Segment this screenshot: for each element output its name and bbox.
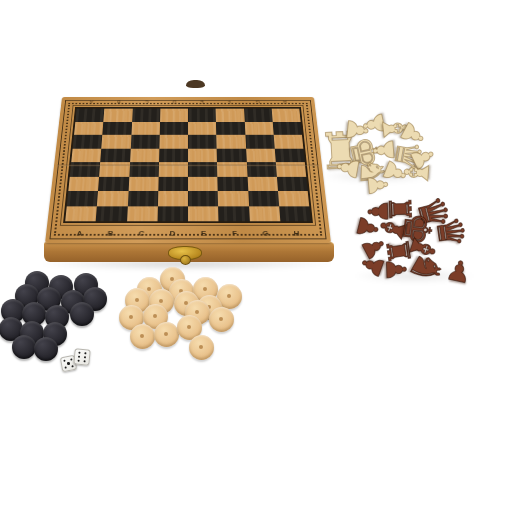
brown-rook-piece: ♜ bbox=[384, 195, 415, 223]
board-square-f3 bbox=[218, 176, 248, 191]
die-pip bbox=[63, 359, 66, 362]
wood-checker bbox=[174, 291, 199, 316]
white-pawn-piece: ♟ bbox=[358, 109, 391, 139]
black-checker bbox=[15, 284, 39, 308]
board-box-front-edge bbox=[44, 242, 334, 262]
white-bishop-piece: ♝ bbox=[377, 112, 413, 145]
board-square-h8 bbox=[271, 109, 300, 122]
board-square-a8 bbox=[75, 109, 104, 122]
board-square-b7 bbox=[103, 122, 132, 135]
brown-king-piece: ♚ bbox=[396, 210, 437, 248]
board-square-f7 bbox=[216, 122, 245, 135]
file-labels-bottom: ABCDEFGH bbox=[64, 229, 313, 237]
board-square-e1 bbox=[188, 206, 219, 221]
wood-checker bbox=[143, 304, 168, 329]
brown-pile-shadow bbox=[352, 268, 477, 284]
board-square-d1 bbox=[157, 206, 188, 221]
hinge-knob-icon bbox=[186, 80, 205, 88]
black-checker bbox=[83, 287, 107, 311]
board-square-b5 bbox=[100, 148, 130, 162]
board-square-a5 bbox=[71, 148, 101, 162]
wood-checker bbox=[177, 315, 202, 340]
board-square-e8 bbox=[188, 109, 216, 122]
board-square-c8 bbox=[132, 109, 160, 122]
black-checker bbox=[74, 273, 98, 297]
black-checker bbox=[34, 337, 58, 361]
board-square-a6 bbox=[73, 135, 103, 149]
board-square-d7 bbox=[160, 122, 188, 135]
white-pawn-piece: ♟ bbox=[394, 116, 431, 151]
board-square-h7 bbox=[272, 122, 302, 135]
black-checker bbox=[20, 321, 44, 345]
board-square-h2 bbox=[278, 191, 309, 206]
white-pawn-piece: ♟ bbox=[370, 136, 400, 163]
board-square-c3 bbox=[128, 176, 158, 191]
board-square-b1 bbox=[96, 206, 127, 221]
white-pawn-piece: ♟ bbox=[341, 116, 371, 144]
board-square-g7 bbox=[244, 122, 273, 135]
file-label-top-a: A bbox=[77, 100, 105, 104]
board-square-d6 bbox=[159, 135, 188, 149]
wood-checker bbox=[125, 288, 150, 313]
file-label-top-f: F bbox=[216, 100, 244, 104]
black-checker bbox=[49, 275, 73, 299]
black-checker bbox=[70, 302, 94, 326]
die-pip bbox=[70, 358, 73, 361]
die-face-5 bbox=[60, 355, 77, 372]
chess-board: ABCDEFGH ABCDEFGH bbox=[45, 97, 331, 243]
board-square-e5 bbox=[188, 148, 217, 162]
board-square-h6 bbox=[273, 135, 303, 149]
wood-checker bbox=[189, 335, 214, 360]
board-square-h5 bbox=[275, 148, 305, 162]
board-square-d5 bbox=[159, 148, 188, 162]
brass-clasp-icon bbox=[168, 246, 202, 260]
black-checker bbox=[37, 287, 61, 311]
file-label-top-g: G bbox=[243, 100, 271, 104]
white-king-piece: ♚ bbox=[343, 132, 386, 172]
brown-pawn-piece: ♟ bbox=[357, 230, 392, 264]
black-checker bbox=[61, 290, 85, 314]
board-square-g1 bbox=[249, 206, 280, 221]
wood-checker bbox=[197, 295, 222, 320]
wood-checker bbox=[185, 300, 210, 325]
board-square-c1 bbox=[127, 206, 158, 221]
die-pip bbox=[83, 360, 86, 363]
die-pip bbox=[84, 352, 87, 355]
board-square-a2 bbox=[67, 191, 98, 206]
board-square-g8 bbox=[244, 109, 273, 122]
board-square-g5 bbox=[246, 148, 276, 162]
die-face-6 bbox=[73, 348, 91, 366]
brown-pawn-piece: ♟ bbox=[364, 199, 392, 224]
wood-checker bbox=[130, 324, 155, 349]
file-label-g: G bbox=[250, 229, 282, 237]
brown-queen-piece: ♛ bbox=[430, 214, 470, 251]
file-label-d: D bbox=[157, 229, 188, 237]
board-square-h1 bbox=[279, 206, 311, 221]
file-label-top-c: C bbox=[133, 100, 161, 104]
board-square-c2 bbox=[127, 191, 158, 206]
black-checker bbox=[43, 322, 67, 346]
wood-checker bbox=[137, 277, 162, 302]
board-square-c5 bbox=[130, 148, 160, 162]
wood-checker bbox=[149, 289, 174, 314]
die-pip bbox=[77, 359, 80, 362]
board-square-d3 bbox=[158, 176, 188, 191]
file-labels-top: ABCDEFGH bbox=[77, 100, 299, 104]
black-checker bbox=[22, 302, 46, 326]
file-label-top-h: H bbox=[271, 100, 299, 104]
black-checker bbox=[12, 335, 36, 359]
die-pip bbox=[64, 366, 67, 369]
board-square-b8 bbox=[104, 109, 133, 122]
wood-checker bbox=[119, 305, 144, 330]
board-square-f8 bbox=[216, 109, 244, 122]
wood-checker bbox=[169, 279, 194, 304]
board-square-a7 bbox=[74, 122, 104, 135]
board-square-a1 bbox=[65, 206, 97, 221]
board-square-h3 bbox=[277, 176, 308, 191]
file-label-f: F bbox=[219, 229, 250, 237]
wood-checker bbox=[209, 307, 234, 332]
board-square-f5 bbox=[217, 148, 247, 162]
file-label-top-e: E bbox=[188, 100, 216, 104]
board-square-e2 bbox=[188, 191, 218, 206]
board-square-d8 bbox=[160, 109, 188, 122]
product-photo-scene: ABCDEFGH ABCDEFGH ♜♟♟♝♟♚♟♛♟♟♞♟♝♟ ♛♜♟♟♝♚♛… bbox=[0, 0, 512, 512]
wood-checker bbox=[154, 322, 179, 347]
board-square-f2 bbox=[218, 191, 249, 206]
board-square-e6 bbox=[188, 135, 217, 149]
die-pip bbox=[78, 355, 81, 358]
board-square-c6 bbox=[130, 135, 159, 149]
board-square-g2 bbox=[248, 191, 279, 206]
brown-rook-piece: ♜ bbox=[383, 236, 416, 267]
brown-bishop-piece: ♝ bbox=[403, 229, 444, 267]
fold-seam bbox=[57, 165, 319, 167]
die-pip bbox=[71, 365, 74, 368]
file-label-top-b: B bbox=[105, 100, 133, 104]
board-square-g6 bbox=[245, 135, 275, 149]
board-square-d2 bbox=[158, 191, 188, 206]
board-square-b6 bbox=[101, 135, 131, 149]
board-square-a3 bbox=[68, 176, 99, 191]
black-checker bbox=[1, 299, 25, 323]
die-pip bbox=[83, 356, 86, 359]
board-square-c7 bbox=[131, 122, 160, 135]
file-label-c: C bbox=[126, 229, 157, 237]
brown-pawn-piece: ♟ bbox=[352, 212, 384, 242]
wood-checker bbox=[217, 284, 242, 309]
board-square-g3 bbox=[247, 176, 278, 191]
brown-queen-piece: ♛ bbox=[410, 192, 455, 234]
file-label-e: E bbox=[188, 229, 219, 237]
board-square-f1 bbox=[218, 206, 249, 221]
board-square-b3 bbox=[98, 176, 129, 191]
wood-checker bbox=[193, 277, 218, 302]
die-pip bbox=[78, 351, 81, 354]
board-square-e3 bbox=[188, 176, 218, 191]
file-label-h: H bbox=[281, 229, 313, 237]
board-square-e7 bbox=[188, 122, 216, 135]
board-square-b2 bbox=[97, 191, 128, 206]
black-checker bbox=[25, 271, 49, 295]
brown-bishop-piece: ♝ bbox=[373, 209, 414, 247]
file-label-b: B bbox=[95, 229, 127, 237]
file-label-top-d: D bbox=[160, 100, 188, 104]
board-square-f6 bbox=[216, 135, 245, 149]
file-label-a: A bbox=[64, 229, 96, 237]
die-pip bbox=[67, 362, 70, 365]
black-checker bbox=[45, 305, 69, 329]
white-pile-shadow bbox=[320, 168, 435, 184]
black-checker bbox=[0, 317, 23, 341]
